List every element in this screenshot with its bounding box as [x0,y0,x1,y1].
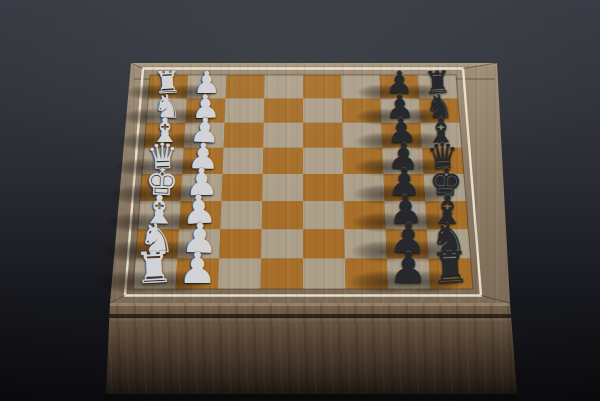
pieces-layer: ♜♟♟♜♞♟♟♞♝♟♟♝♛♟♟♛♚♟♟♚♝♟♟♝♞♟♟♞♜♟♟♜ [0,0,600,401]
black-pawn[interactable]: ♟ [389,246,428,290]
scene: ♜♟♟♜♞♟♟♞♝♟♟♝♛♟♟♛♚♟♟♚♝♟♟♝♞♟♟♞♜♟♟♜ [0,0,600,401]
black-rook[interactable]: ♜ [429,246,470,291]
white-pawn[interactable]: ♟ [178,247,217,290]
white-rook[interactable]: ♜ [134,246,175,291]
